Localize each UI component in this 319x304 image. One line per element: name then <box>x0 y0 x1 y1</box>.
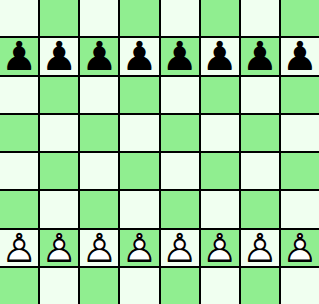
square-g5[interactable] <box>241 115 279 151</box>
white-pawn-outline-glyph: ♙ <box>122 230 158 266</box>
square-f5[interactable] <box>201 115 239 151</box>
square-d8[interactable] <box>120 0 158 36</box>
white-pawn[interactable]: ♟♙ <box>241 230 279 266</box>
white-pawn[interactable]: ♟♙ <box>281 230 319 266</box>
square-h7[interactable]: ♟ <box>281 38 319 74</box>
square-e7[interactable]: ♟ <box>161 38 199 74</box>
black-pawn[interactable]: ♟ <box>0 38 38 74</box>
white-pawn[interactable]: ♟♙ <box>201 230 239 266</box>
square-g7[interactable]: ♟ <box>241 38 279 74</box>
black-pawn[interactable]: ♟ <box>40 38 78 74</box>
square-g6[interactable] <box>241 77 279 113</box>
white-pawn-outline-glyph: ♙ <box>81 230 117 266</box>
square-h6[interactable] <box>281 77 319 113</box>
square-a8[interactable] <box>0 0 38 36</box>
square-f3[interactable] <box>201 191 239 227</box>
square-f8[interactable] <box>201 0 239 36</box>
square-g4[interactable] <box>241 153 279 189</box>
square-a7[interactable]: ♟ <box>0 38 38 74</box>
white-pawn-outline-glyph: ♙ <box>242 230 278 266</box>
square-a2[interactable]: ♟♙ <box>0 230 38 266</box>
square-a3[interactable] <box>0 191 38 227</box>
square-c3[interactable] <box>80 191 118 227</box>
square-g2[interactable]: ♟♙ <box>241 230 279 266</box>
square-b2[interactable]: ♟♙ <box>40 230 78 266</box>
square-c7[interactable]: ♟ <box>80 38 118 74</box>
square-e3[interactable] <box>161 191 199 227</box>
square-b4[interactable] <box>40 153 78 189</box>
white-pawn[interactable]: ♟♙ <box>120 230 158 266</box>
square-c6[interactable] <box>80 77 118 113</box>
black-pawn-fill-glyph: ♟ <box>81 38 117 74</box>
square-e4[interactable] <box>161 153 199 189</box>
black-pawn-fill-glyph: ♟ <box>202 38 238 74</box>
square-b1[interactable] <box>40 268 78 304</box>
white-pawn[interactable]: ♟♙ <box>80 230 118 266</box>
white-pawn[interactable]: ♟♙ <box>0 230 38 266</box>
black-pawn[interactable]: ♟ <box>80 38 118 74</box>
square-g8[interactable] <box>241 0 279 36</box>
square-g1[interactable] <box>241 268 279 304</box>
square-d3[interactable] <box>120 191 158 227</box>
square-b5[interactable] <box>40 115 78 151</box>
square-f6[interactable] <box>201 77 239 113</box>
white-pawn-outline-glyph: ♙ <box>282 230 318 266</box>
black-pawn[interactable]: ♟ <box>161 38 199 74</box>
square-d6[interactable] <box>120 77 158 113</box>
black-pawn[interactable]: ♟ <box>241 38 279 74</box>
square-h5[interactable] <box>281 115 319 151</box>
white-pawn-outline-glyph: ♙ <box>41 230 77 266</box>
square-h2[interactable]: ♟♙ <box>281 230 319 266</box>
white-pawn[interactable]: ♟♙ <box>161 230 199 266</box>
square-a4[interactable] <box>0 153 38 189</box>
black-pawn[interactable]: ♟ <box>281 38 319 74</box>
square-e1[interactable] <box>161 268 199 304</box>
square-b7[interactable]: ♟ <box>40 38 78 74</box>
square-h8[interactable] <box>281 0 319 36</box>
square-b6[interactable] <box>40 77 78 113</box>
white-pawn-outline-glyph: ♙ <box>1 230 37 266</box>
square-c8[interactable] <box>80 0 118 36</box>
square-f7[interactable]: ♟ <box>201 38 239 74</box>
chess-board: ♟♟♟♟♟♟♟♟♟♙♟♙♟♙♟♙♟♙♟♙♟♙♟♙ <box>0 0 319 304</box>
black-pawn-fill-glyph: ♟ <box>242 38 278 74</box>
square-c5[interactable] <box>80 115 118 151</box>
square-e5[interactable] <box>161 115 199 151</box>
black-pawn-fill-glyph: ♟ <box>282 38 318 74</box>
white-pawn[interactable]: ♟♙ <box>40 230 78 266</box>
square-a6[interactable] <box>0 77 38 113</box>
square-d7[interactable]: ♟ <box>120 38 158 74</box>
white-pawn-outline-glyph: ♙ <box>162 230 198 266</box>
square-a5[interactable] <box>0 115 38 151</box>
square-b8[interactable] <box>40 0 78 36</box>
square-d1[interactable] <box>120 268 158 304</box>
black-pawn-fill-glyph: ♟ <box>1 38 37 74</box>
square-h1[interactable] <box>281 268 319 304</box>
square-d2[interactable]: ♟♙ <box>120 230 158 266</box>
square-a1[interactable] <box>0 268 38 304</box>
square-f1[interactable] <box>201 268 239 304</box>
square-h3[interactable] <box>281 191 319 227</box>
square-c4[interactable] <box>80 153 118 189</box>
black-pawn-fill-glyph: ♟ <box>162 38 198 74</box>
square-d5[interactable] <box>120 115 158 151</box>
square-c1[interactable] <box>80 268 118 304</box>
white-pawn-outline-glyph: ♙ <box>202 230 238 266</box>
square-c2[interactable]: ♟♙ <box>80 230 118 266</box>
square-g3[interactable] <box>241 191 279 227</box>
square-h4[interactable] <box>281 153 319 189</box>
square-d4[interactable] <box>120 153 158 189</box>
black-pawn[interactable]: ♟ <box>201 38 239 74</box>
black-pawn-fill-glyph: ♟ <box>122 38 158 74</box>
square-e8[interactable] <box>161 0 199 36</box>
square-f4[interactable] <box>201 153 239 189</box>
square-f2[interactable]: ♟♙ <box>201 230 239 266</box>
black-pawn-fill-glyph: ♟ <box>41 38 77 74</box>
square-b3[interactable] <box>40 191 78 227</box>
square-e6[interactable] <box>161 77 199 113</box>
square-e2[interactable]: ♟♙ <box>161 230 199 266</box>
black-pawn[interactable]: ♟ <box>120 38 158 74</box>
